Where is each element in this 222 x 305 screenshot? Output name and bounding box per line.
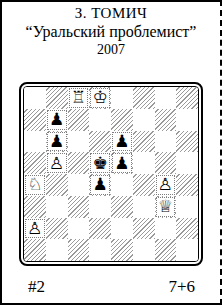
square-b1 xyxy=(46,239,68,261)
publication-year: 2007 xyxy=(2,41,220,59)
square-g7 xyxy=(155,109,177,131)
problem-header: З. ТОМИЧ “Уральский проблемист” 2007 xyxy=(2,2,220,59)
square-b2 xyxy=(46,218,68,240)
square-e5: ♟ xyxy=(111,152,133,174)
square-e3 xyxy=(111,196,133,218)
source-title: “Уральский проблемист” xyxy=(2,22,220,41)
square-f4 xyxy=(133,174,155,196)
square-c5 xyxy=(68,152,90,174)
square-f5 xyxy=(133,152,155,174)
square-h6 xyxy=(176,131,198,153)
square-c4 xyxy=(68,174,90,196)
square-d2 xyxy=(89,218,111,240)
square-e4 xyxy=(111,174,133,196)
square-f3 xyxy=(133,196,155,218)
square-a1 xyxy=(24,239,46,261)
square-g6 xyxy=(155,131,177,153)
piece-wN-a4: ♘ xyxy=(27,176,42,193)
square-f6 xyxy=(133,131,155,153)
piece-wR-c8: ♖ xyxy=(71,89,86,106)
square-d6 xyxy=(89,131,111,153)
chess-problem-card: З. ТОМИЧ “Уральский проблемист” 2007 ♖♔♟… xyxy=(0,0,222,305)
piece-box-b7: ♟ xyxy=(47,110,67,130)
square-a3 xyxy=(24,196,46,218)
square-e1 xyxy=(111,239,133,261)
square-c7 xyxy=(68,109,90,131)
square-h1 xyxy=(176,239,198,261)
square-f2 xyxy=(133,218,155,240)
piece-wK-d8: ♔ xyxy=(93,89,108,106)
piece-box-g4: ♙ xyxy=(156,175,176,195)
piece-box-b5: ♙ xyxy=(47,153,67,173)
square-f1 xyxy=(133,239,155,261)
square-d4: ♟ xyxy=(89,174,111,196)
square-c6 xyxy=(68,131,90,153)
square-d5: ♚ xyxy=(89,152,111,174)
piece-bP-e5: ♟ xyxy=(114,154,129,171)
square-h5 xyxy=(176,152,198,174)
square-d1 xyxy=(89,239,111,261)
piece-bP-b6: ♟ xyxy=(49,132,64,149)
square-h7 xyxy=(176,109,198,131)
problem-footer: #2 7+6 xyxy=(2,277,220,297)
square-a8 xyxy=(24,87,46,109)
square-g1 xyxy=(155,239,177,261)
piece-box-d5: ♚ xyxy=(90,153,110,173)
square-f7 xyxy=(133,109,155,131)
square-c8: ♖ xyxy=(68,87,90,109)
square-e7 xyxy=(111,109,133,131)
square-b8 xyxy=(46,87,68,109)
square-h3 xyxy=(176,196,198,218)
square-g3: ♕ xyxy=(155,196,177,218)
piece-box-b6: ♟ xyxy=(47,132,67,152)
piece-box-c8: ♖ xyxy=(69,88,89,108)
square-c1 xyxy=(68,239,90,261)
square-g8 xyxy=(155,87,177,109)
square-a4: ♘ xyxy=(24,174,46,196)
square-a5 xyxy=(24,152,46,174)
square-b7: ♟ xyxy=(46,109,68,131)
piece-wP-g4: ♙ xyxy=(158,176,173,193)
square-d7 xyxy=(89,109,111,131)
piece-bK-d5: ♚ xyxy=(93,154,108,171)
piece-bP-e6: ♟ xyxy=(114,132,129,149)
piece-box-e5: ♟ xyxy=(112,153,132,173)
square-h4 xyxy=(176,174,198,196)
piece-box-d8: ♔ xyxy=(90,88,110,108)
square-e8 xyxy=(111,87,133,109)
square-a6 xyxy=(24,131,46,153)
square-b4 xyxy=(46,174,68,196)
square-c2 xyxy=(68,218,90,240)
material-count-label: 7+6 xyxy=(168,277,195,297)
square-b5: ♙ xyxy=(46,152,68,174)
square-h2 xyxy=(176,218,198,240)
square-h8 xyxy=(176,87,198,109)
square-a7 xyxy=(24,109,46,131)
piece-box-a4: ♘ xyxy=(25,175,45,195)
piece-wQ-g3: ♕ xyxy=(158,198,173,215)
square-d8: ♔ xyxy=(89,87,111,109)
piece-bP-d4: ♟ xyxy=(93,176,108,193)
square-d3 xyxy=(89,196,111,218)
square-g2 xyxy=(155,218,177,240)
square-f8 xyxy=(133,87,155,109)
square-b6: ♟ xyxy=(46,131,68,153)
piece-box-d4: ♟ xyxy=(90,175,110,195)
composer-name: З. ТОМИЧ xyxy=(2,5,220,22)
chess-board: ♖♔♟♟♟♙♚♟♘♟♙♕♙ xyxy=(24,87,198,261)
square-e6: ♟ xyxy=(111,131,133,153)
square-g5 xyxy=(155,152,177,174)
square-a2: ♙ xyxy=(24,218,46,240)
square-g4: ♙ xyxy=(155,174,177,196)
piece-box-a2: ♙ xyxy=(25,219,45,239)
square-e2 xyxy=(111,218,133,240)
stipulation-label: #2 xyxy=(28,277,45,297)
piece-box-e6: ♟ xyxy=(112,132,132,152)
chess-board-frame: ♖♔♟♟♟♙♚♟♘♟♙♕♙ xyxy=(19,82,203,266)
piece-box-g3: ♕ xyxy=(156,197,176,217)
chess-board-inner-frame: ♖♔♟♟♟♙♚♟♘♟♙♕♙ xyxy=(23,86,199,262)
piece-wP-a2: ♙ xyxy=(27,219,42,236)
square-b3 xyxy=(46,196,68,218)
piece-wP-b5: ♙ xyxy=(49,154,64,171)
piece-bP-b7: ♟ xyxy=(49,111,64,128)
square-c3 xyxy=(68,196,90,218)
